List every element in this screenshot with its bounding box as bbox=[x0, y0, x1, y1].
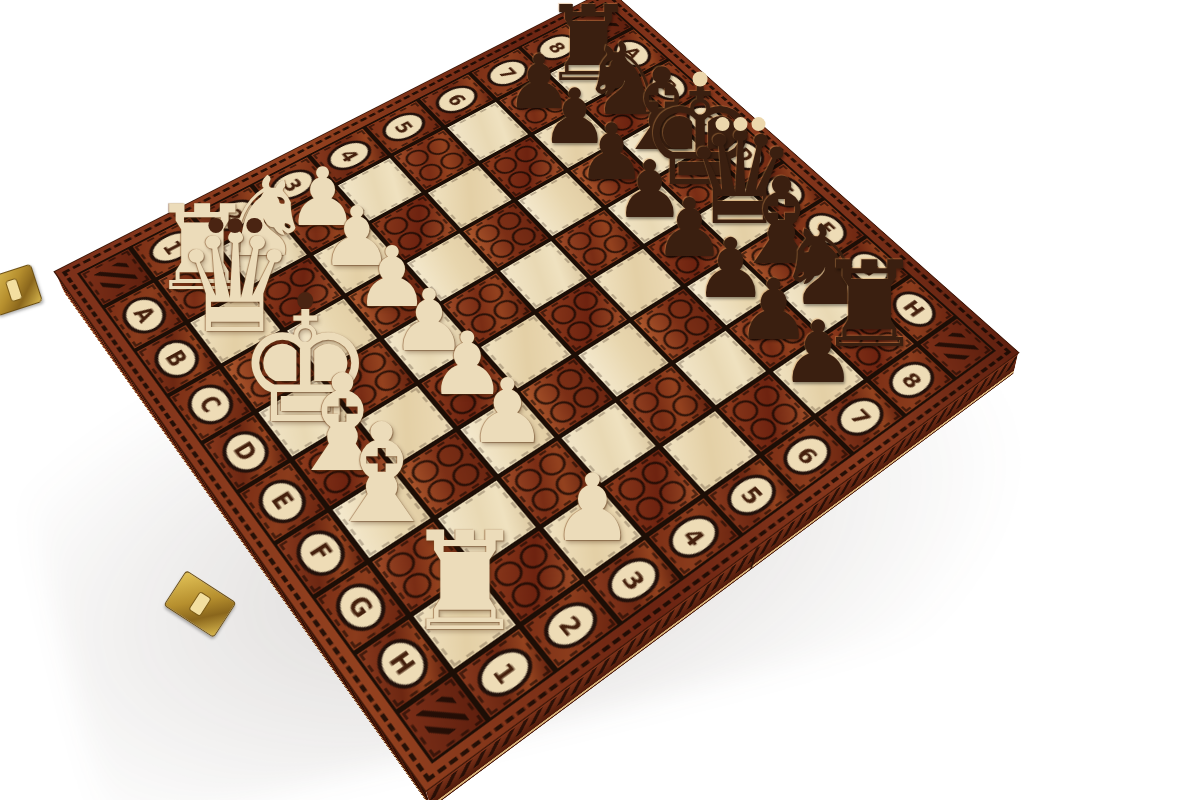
black-queen-finial bbox=[751, 117, 765, 131]
white-queen-finial bbox=[228, 218, 243, 233]
file-label-g: G bbox=[312, 561, 409, 654]
square-h5[interactable] bbox=[659, 408, 760, 495]
border-corner-ornament bbox=[395, 673, 489, 764]
white-king-finial bbox=[297, 292, 314, 309]
white-rook-h1[interactable]: ♜ bbox=[403, 514, 525, 651]
black-queen-finial bbox=[715, 117, 729, 131]
white-queen-finial bbox=[208, 218, 223, 233]
square-f5[interactable] bbox=[575, 320, 672, 400]
black-king-finial bbox=[693, 71, 708, 86]
white-pawn-h3[interactable]: ♟ bbox=[551, 463, 634, 556]
black-pawn-h7[interactable]: ♟ bbox=[780, 310, 857, 396]
square-g5[interactable] bbox=[616, 363, 715, 446]
black-queen-finial bbox=[733, 117, 747, 131]
white-pawn-f3[interactable]: ♟ bbox=[467, 366, 547, 455]
